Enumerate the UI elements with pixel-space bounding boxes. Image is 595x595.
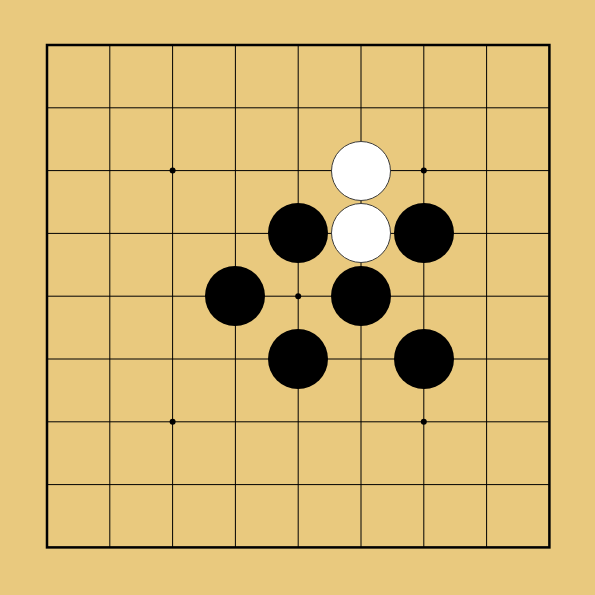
intersection[interactable]	[330, 516, 393, 579]
intersection[interactable]	[267, 265, 330, 328]
intersection[interactable]	[16, 76, 79, 139]
intersection[interactable]	[455, 390, 518, 453]
intersection[interactable]	[204, 202, 267, 265]
intersection[interactable]	[392, 14, 455, 77]
intersection[interactable]	[16, 390, 79, 453]
black-stone	[268, 329, 328, 389]
intersection[interactable]	[141, 14, 204, 77]
black-stone	[205, 266, 265, 326]
board-intersections	[16, 14, 581, 579]
intersection[interactable]	[455, 202, 518, 265]
intersection[interactable]	[16, 516, 79, 579]
intersection[interactable]	[455, 14, 518, 77]
intersection[interactable]	[78, 76, 141, 139]
intersection[interactable]	[16, 328, 79, 391]
black-stone	[268, 203, 328, 263]
intersection[interactable]	[141, 76, 204, 139]
intersection[interactable]	[518, 516, 581, 579]
intersection[interactable]	[455, 453, 518, 516]
intersection[interactable]	[141, 453, 204, 516]
intersection[interactable]	[78, 328, 141, 391]
intersection[interactable]	[16, 453, 79, 516]
intersection[interactable]	[16, 139, 79, 202]
intersection[interactable]	[518, 139, 581, 202]
intersection[interactable]	[392, 265, 455, 328]
intersection[interactable]	[267, 328, 330, 391]
intersection[interactable]	[330, 76, 393, 139]
intersection[interactable]	[392, 453, 455, 516]
intersection[interactable]	[267, 516, 330, 579]
black-stone	[331, 266, 391, 326]
intersection[interactable]	[204, 390, 267, 453]
intersection[interactable]	[455, 265, 518, 328]
intersection[interactable]	[204, 14, 267, 77]
intersection[interactable]	[204, 76, 267, 139]
white-stone	[331, 203, 391, 263]
intersection[interactable]	[141, 516, 204, 579]
intersection[interactable]	[78, 265, 141, 328]
intersection[interactable]	[141, 265, 204, 328]
intersection[interactable]	[78, 516, 141, 579]
intersection[interactable]	[330, 453, 393, 516]
intersection[interactable]	[330, 265, 393, 328]
black-stone	[394, 203, 454, 263]
intersection[interactable]	[455, 328, 518, 391]
intersection[interactable]	[78, 139, 141, 202]
intersection[interactable]	[16, 14, 79, 77]
intersection[interactable]	[141, 202, 204, 265]
intersection[interactable]	[204, 516, 267, 579]
intersection[interactable]	[392, 516, 455, 579]
intersection[interactable]	[78, 453, 141, 516]
intersection[interactable]	[455, 516, 518, 579]
intersection[interactable]	[267, 76, 330, 139]
intersection[interactable]	[204, 139, 267, 202]
intersection[interactable]	[330, 139, 393, 202]
intersection[interactable]	[267, 139, 330, 202]
intersection[interactable]	[141, 390, 204, 453]
intersection[interactable]	[518, 265, 581, 328]
intersection[interactable]	[392, 328, 455, 391]
intersection[interactable]	[518, 76, 581, 139]
intersection[interactable]	[204, 265, 267, 328]
intersection[interactable]	[204, 328, 267, 391]
intersection[interactable]	[78, 14, 141, 77]
intersection[interactable]	[267, 453, 330, 516]
intersection[interactable]	[16, 265, 79, 328]
intersection[interactable]	[141, 139, 204, 202]
intersection[interactable]	[330, 390, 393, 453]
intersection[interactable]	[330, 328, 393, 391]
goban	[0, 0, 595, 595]
intersection[interactable]	[518, 14, 581, 77]
intersection[interactable]	[455, 139, 518, 202]
intersection[interactable]	[518, 202, 581, 265]
intersection[interactable]	[455, 76, 518, 139]
intersection[interactable]	[392, 390, 455, 453]
white-stone	[331, 141, 391, 201]
intersection[interactable]	[330, 202, 393, 265]
intersection[interactable]	[141, 328, 204, 391]
intersection[interactable]	[392, 202, 455, 265]
black-stone	[394, 329, 454, 389]
intersection[interactable]	[204, 453, 267, 516]
intersection[interactable]	[267, 14, 330, 77]
intersection[interactable]	[518, 390, 581, 453]
intersection[interactable]	[518, 453, 581, 516]
intersection[interactable]	[392, 76, 455, 139]
intersection[interactable]	[78, 202, 141, 265]
intersection[interactable]	[267, 390, 330, 453]
intersection[interactable]	[267, 202, 330, 265]
intersection[interactable]	[16, 202, 79, 265]
intersection[interactable]	[392, 139, 455, 202]
intersection[interactable]	[330, 14, 393, 77]
intersection[interactable]	[78, 390, 141, 453]
intersection[interactable]	[518, 328, 581, 391]
